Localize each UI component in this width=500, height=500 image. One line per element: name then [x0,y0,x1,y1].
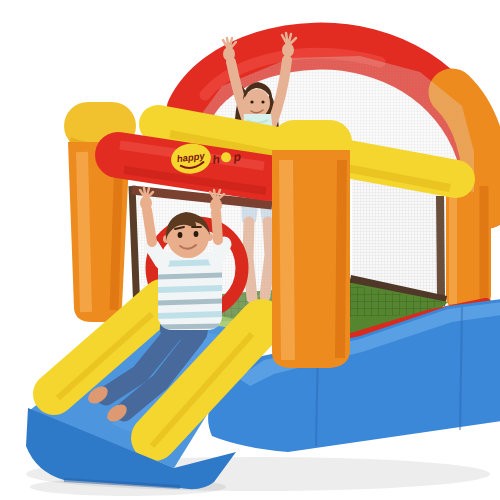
boy-sleeve-left [152,246,162,262]
side-mesh-corner-trim [440,196,441,298]
bounce-house-illustration: happy h p [0,0,500,500]
side-mesh-panel [350,176,446,301]
boy-arm-right [216,212,218,240]
product-photo-stage: Happy Hop inflatable bounce house with s… [0,0,500,500]
boy-arm-left [147,210,152,242]
boy-sleeve-right [216,244,224,260]
front-right-pillar [272,120,352,368]
front-mesh-left-trim [132,186,137,312]
logo-p-text: p [232,150,242,165]
back-right-pillar [446,180,491,310]
